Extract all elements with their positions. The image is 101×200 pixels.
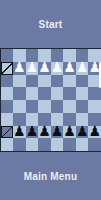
square-r4-c6[interactable]: [63, 87, 76, 100]
blocked-square-icon[interactable]: [1, 62, 13, 75]
square-r5-c6[interactable]: [63, 100, 76, 113]
chess-board: ♟♟♟♟♟♟♟♟♟♟♟♟♟♟: [0, 48, 101, 152]
square-r2-c3[interactable]: ♟: [26, 62, 39, 75]
square-r8-c8[interactable]: [88, 138, 101, 151]
square-r1-c6[interactable]: [63, 49, 76, 62]
square-r6-c3[interactable]: [26, 113, 39, 126]
square-r3-c2[interactable]: [13, 75, 26, 88]
square-r7-c7[interactable]: ♟: [76, 126, 89, 139]
white-pawn: ♟: [26, 61, 39, 73]
board-grid: ♟♟♟♟♟♟♟♟♟♟♟♟♟♟: [1, 49, 101, 151]
square-r2-c5[interactable]: ♟: [51, 62, 64, 75]
square-r4-c5[interactable]: [51, 87, 64, 100]
square-r1-c8[interactable]: [88, 49, 101, 62]
black-pawn: ♟: [88, 125, 101, 137]
square-r7-c4[interactable]: ♟: [38, 126, 51, 139]
scrollbar-thumb[interactable]: [99, 62, 101, 88]
square-r4-c2[interactable]: [13, 87, 26, 100]
square-r4-c1[interactable]: [1, 87, 13, 100]
square-r3-c4[interactable]: [38, 75, 51, 88]
top-bar: Start: [0, 0, 101, 48]
black-pawn: ♟: [76, 125, 89, 137]
black-pawn: ♟: [63, 125, 76, 137]
square-r1-c2[interactable]: [13, 49, 26, 62]
square-r5-c4[interactable]: [38, 100, 51, 113]
square-r6-c2[interactable]: [13, 113, 26, 126]
white-pawn: ♟: [63, 61, 76, 73]
square-r5-c8[interactable]: [88, 100, 101, 113]
square-r6-c7[interactable]: [76, 113, 89, 126]
white-pawn: ♟: [76, 61, 89, 73]
square-r8-c6[interactable]: [63, 138, 76, 151]
square-r2-c6[interactable]: ♟: [63, 62, 76, 75]
black-pawn: ♟: [13, 125, 26, 137]
square-r7-c5[interactable]: ♟: [51, 126, 64, 139]
square-r8-c7[interactable]: [76, 138, 89, 151]
square-r6-c6[interactable]: [63, 113, 76, 126]
square-r7-c8[interactable]: ♟: [88, 126, 101, 139]
square-r8-c4[interactable]: [38, 138, 51, 151]
square-r7-c3[interactable]: ♟: [26, 126, 39, 139]
square-r5-c2[interactable]: [13, 100, 26, 113]
square-r8-c1[interactable]: [1, 138, 13, 151]
blocked-square-icon[interactable]: [1, 126, 13, 139]
square-r3-c5[interactable]: [51, 75, 64, 88]
white-pawn: ♟: [38, 61, 51, 73]
square-r1-c1[interactable]: [1, 49, 13, 62]
square-r4-c4[interactable]: [38, 87, 51, 100]
square-r1-c5[interactable]: [51, 49, 64, 62]
square-r7-c2[interactable]: ♟: [13, 126, 26, 139]
black-pawn: ♟: [51, 125, 64, 137]
main-menu-button[interactable]: Main Menu: [24, 171, 77, 182]
square-r6-c5[interactable]: [51, 113, 64, 126]
square-r3-c3[interactable]: [26, 75, 39, 88]
square-r4-c8[interactable]: [88, 87, 101, 100]
square-r1-c4[interactable]: [38, 49, 51, 62]
square-r5-c3[interactable]: [26, 100, 39, 113]
square-r6-c8[interactable]: [88, 113, 101, 126]
white-pawn: ♟: [51, 61, 64, 73]
bottom-bar: Main Menu: [0, 152, 101, 200]
square-r4-c7[interactable]: [76, 87, 89, 100]
white-pawn: ♟: [13, 61, 26, 73]
square-r2-c2[interactable]: ♟: [13, 62, 26, 75]
square-r3-c1[interactable]: [1, 75, 13, 88]
square-r8-c3[interactable]: [26, 138, 39, 151]
square-r5-c1[interactable]: [1, 100, 13, 113]
black-pawn: ♟: [26, 125, 39, 137]
square-r3-c6[interactable]: [63, 75, 76, 88]
square-r1-c3[interactable]: [26, 49, 39, 62]
square-r7-c6[interactable]: ♟: [63, 126, 76, 139]
square-r6-c1[interactable]: [1, 113, 13, 126]
square-r8-c2[interactable]: [13, 138, 26, 151]
square-r5-c5[interactable]: [51, 100, 64, 113]
black-pawn: ♟: [38, 125, 51, 137]
square-r2-c4[interactable]: ♟: [38, 62, 51, 75]
square-r6-c4[interactable]: [38, 113, 51, 126]
square-r1-c7[interactable]: [76, 49, 89, 62]
square-r4-c3[interactable]: [26, 87, 39, 100]
square-r8-c5[interactable]: [51, 138, 64, 151]
square-r5-c7[interactable]: [76, 100, 89, 113]
square-r3-c7[interactable]: [76, 75, 89, 88]
start-button[interactable]: Start: [39, 19, 63, 30]
square-r2-c7[interactable]: ♟: [76, 62, 89, 75]
